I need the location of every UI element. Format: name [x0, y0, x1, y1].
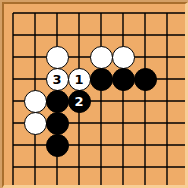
board-point — [46, 90, 68, 112]
board-point — [24, 90, 46, 112]
board-point — [46, 46, 68, 68]
black-stone — [46, 90, 69, 113]
board-point: 2 — [68, 90, 90, 112]
board-point — [46, 134, 68, 156]
go-board: 312 — [0, 0, 188, 188]
black-stone — [46, 134, 69, 157]
board-point: 1 — [68, 68, 90, 90]
board-point — [90, 68, 112, 90]
black-stone — [90, 68, 113, 91]
board-point: 3 — [46, 68, 68, 90]
white-stone-move-1: 1 — [68, 68, 91, 91]
board-point — [112, 68, 134, 90]
stones-layer: 312 — [2, 2, 188, 188]
board-point — [112, 46, 134, 68]
white-stone — [112, 46, 135, 69]
board-point — [90, 46, 112, 68]
black-stone-move-2: 2 — [68, 90, 91, 113]
white-stone — [24, 112, 47, 135]
board-surface: 312 — [2, 2, 188, 188]
black-stone — [112, 68, 135, 91]
board-point — [24, 112, 46, 134]
board-point — [46, 112, 68, 134]
white-stone-move-3: 3 — [46, 68, 69, 91]
black-stone — [134, 68, 157, 91]
white-stone — [46, 46, 69, 69]
board-point — [134, 68, 156, 90]
white-stone — [24, 90, 47, 113]
white-stone — [90, 46, 113, 69]
black-stone — [46, 112, 69, 135]
